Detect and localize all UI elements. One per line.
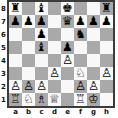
square-e8[interactable]: ♚	[61, 2, 74, 15]
black-bishop-icon: ♝	[36, 2, 47, 15]
file-label-f: f	[74, 107, 87, 117]
square-d1[interactable]: ♕	[48, 93, 61, 106]
white-rook-icon: ♖	[10, 93, 21, 106]
square-b5[interactable]	[22, 41, 35, 54]
white-knight-icon: ♘	[75, 67, 86, 80]
white-pawn-icon: ♙	[88, 80, 99, 93]
black-pawn-icon: ♟	[10, 15, 21, 28]
square-f5[interactable]	[74, 41, 87, 54]
square-b7[interactable]: ♟	[22, 15, 35, 28]
square-h1[interactable]	[100, 93, 113, 106]
square-c4[interactable]	[35, 54, 48, 67]
square-c1[interactable]: ♗	[35, 93, 48, 106]
square-b4[interactable]	[22, 54, 35, 67]
white-knight-icon: ♘	[23, 93, 34, 106]
square-c6[interactable]: ♟	[35, 28, 48, 41]
square-e5[interactable]: ♟	[61, 41, 74, 54]
square-h3[interactable]: ♙	[100, 67, 113, 80]
file-label-c: c	[35, 107, 48, 117]
rank-label-8: 8	[0, 2, 7, 15]
black-queen-icon: ♛	[62, 15, 73, 28]
square-f7[interactable]: ♟	[74, 15, 87, 28]
black-pawn-icon: ♟	[62, 41, 73, 54]
square-c8[interactable]: ♝	[35, 2, 48, 15]
white-pawn-icon: ♙	[36, 80, 47, 93]
board: ♜♝♚♜♟♟♟♛♟♟♟♟♞♝♟♙♙♘♙♙♙♙♙♙♖♘♗♕♖♔	[7, 0, 115, 108]
black-pawn-icon: ♟	[88, 15, 99, 28]
square-h2[interactable]	[100, 80, 113, 93]
square-h7[interactable]: ♟	[100, 15, 113, 28]
black-pawn-icon: ♟	[23, 15, 34, 28]
white-pawn-icon: ♙	[49, 67, 60, 80]
square-c7[interactable]: ♟	[35, 15, 48, 28]
black-knight-icon: ♞	[75, 28, 86, 41]
square-g1[interactable]: ♔	[87, 93, 100, 106]
white-bishop-icon: ♗	[36, 93, 47, 106]
square-e1[interactable]	[61, 93, 74, 106]
white-pawn-icon: ♙	[75, 80, 86, 93]
rank-label-3: 3	[0, 67, 7, 80]
square-b8[interactable]	[22, 2, 35, 15]
file-label-g: g	[87, 107, 100, 117]
black-pawn-icon: ♟	[36, 28, 47, 41]
white-pawn-icon: ♙	[10, 80, 21, 93]
black-king-icon: ♚	[62, 2, 73, 15]
square-a2[interactable]: ♙	[9, 80, 22, 93]
file-label-d: d	[48, 107, 61, 117]
file-labels: abcdefgh	[9, 107, 113, 117]
square-c2[interactable]: ♙	[35, 80, 48, 93]
rank-label-5: 5	[0, 41, 7, 54]
square-c3[interactable]	[35, 67, 48, 80]
square-f2[interactable]: ♙	[74, 80, 87, 93]
square-a8[interactable]: ♜	[9, 2, 22, 15]
rank-label-7: 7	[0, 15, 7, 28]
rank-label-4: 4	[0, 54, 7, 67]
square-a1[interactable]: ♖	[9, 93, 22, 106]
square-g4[interactable]	[87, 54, 100, 67]
white-pawn-icon: ♙	[101, 67, 112, 80]
black-bishop-icon: ♝	[36, 41, 47, 54]
black-pawn-icon: ♟	[75, 15, 86, 28]
square-f3[interactable]: ♘	[74, 67, 87, 80]
square-d7[interactable]	[48, 15, 61, 28]
square-e2[interactable]	[61, 80, 74, 93]
square-g6[interactable]	[87, 28, 100, 41]
square-a6[interactable]	[9, 28, 22, 41]
square-h4[interactable]	[100, 54, 113, 67]
square-e4[interactable]: ♙	[61, 54, 74, 67]
square-f4[interactable]	[74, 54, 87, 67]
file-label-b: b	[22, 107, 35, 117]
white-queen-icon: ♕	[49, 93, 60, 106]
black-pawn-icon: ♟	[101, 15, 112, 28]
rank-labels: 87654321	[0, 2, 7, 106]
black-rook-icon: ♜	[101, 2, 112, 15]
rank-label-1: 1	[0, 93, 7, 106]
file-label-a: a	[9, 107, 22, 117]
square-e6[interactable]	[61, 28, 74, 41]
square-e3[interactable]	[61, 67, 74, 80]
rank-label-2: 2	[0, 80, 7, 93]
square-d6[interactable]	[48, 28, 61, 41]
square-a4[interactable]	[9, 54, 22, 67]
black-rook-icon: ♜	[10, 2, 21, 15]
white-pawn-icon: ♙	[62, 54, 73, 67]
square-f8[interactable]	[74, 2, 87, 15]
white-king-icon: ♔	[88, 93, 99, 106]
white-rook-icon: ♖	[75, 93, 86, 106]
file-label-h: h	[100, 107, 113, 117]
square-b6[interactable]	[22, 28, 35, 41]
square-g5[interactable]	[87, 41, 100, 54]
square-d2[interactable]	[48, 80, 61, 93]
square-h8[interactable]: ♜	[100, 2, 113, 15]
square-a7[interactable]: ♟	[9, 15, 22, 28]
square-c5[interactable]: ♝	[35, 41, 48, 54]
square-e7[interactable]: ♛	[61, 15, 74, 28]
white-pawn-icon: ♙	[23, 80, 34, 93]
square-a3[interactable]	[9, 67, 22, 80]
square-b2[interactable]: ♙	[22, 80, 35, 93]
square-h6[interactable]	[100, 28, 113, 41]
square-h5[interactable]	[100, 41, 113, 54]
square-d4[interactable]	[48, 54, 61, 67]
black-pawn-icon: ♟	[36, 15, 47, 28]
chess-diagram: 87654321 ♜♝♚♜♟♟♟♛♟♟♟♟♞♝♟♙♙♘♙♙♙♙♙♙♖♘♗♕♖♔ …	[0, 0, 118, 118]
square-g2[interactable]: ♙	[87, 80, 100, 93]
square-d3[interactable]: ♙	[48, 67, 61, 80]
square-f6[interactable]: ♞	[74, 28, 87, 41]
file-label-e: e	[61, 107, 74, 117]
square-g3[interactable]	[87, 67, 100, 80]
square-d8[interactable]	[48, 2, 61, 15]
square-g8[interactable]	[87, 2, 100, 15]
rank-label-6: 6	[0, 28, 7, 41]
square-a5[interactable]	[9, 41, 22, 54]
square-b3[interactable]	[22, 67, 35, 80]
square-f1[interactable]: ♖	[74, 93, 87, 106]
square-d5[interactable]	[48, 41, 61, 54]
square-b1[interactable]: ♘	[22, 93, 35, 106]
square-g7[interactable]: ♟	[87, 15, 100, 28]
